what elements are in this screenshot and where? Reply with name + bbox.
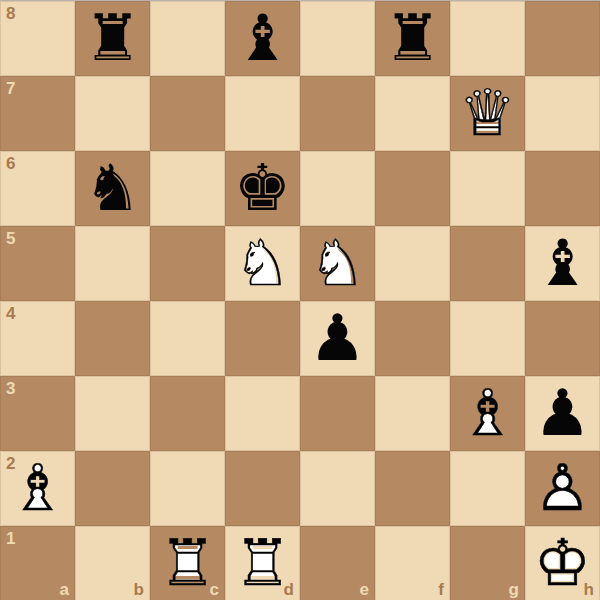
square-g7[interactable]: ♛♕ [450, 76, 525, 151]
file-label-g: g [509, 581, 519, 598]
black-king-icon[interactable]: ♚ [225, 151, 300, 226]
square-a4[interactable]: 4 [0, 301, 75, 376]
white-bishop-icon-outline: ♗ [450, 376, 525, 451]
square-e5[interactable]: ♞♘ [300, 226, 375, 301]
black-rook-icon[interactable]: ♜ [75, 1, 150, 76]
black-rook-icon[interactable]: ♜ [375, 1, 450, 76]
rank-label-4: 4 [6, 305, 15, 322]
white-knight-icon-outline: ♘ [300, 226, 375, 301]
square-c2[interactable] [150, 451, 225, 526]
square-c6[interactable] [150, 151, 225, 226]
rank-label-1: 1 [6, 530, 15, 547]
square-d4[interactable] [225, 301, 300, 376]
white-knight-icon[interactable]: ♞♘ [300, 226, 375, 301]
square-a1[interactable]: 1a [0, 526, 75, 600]
square-c4[interactable] [150, 301, 225, 376]
square-b6[interactable]: ♞ [75, 151, 150, 226]
square-e8[interactable] [300, 1, 375, 76]
rank-label-6: 6 [6, 155, 15, 172]
square-h2[interactable]: ♟♙ [525, 451, 600, 526]
black-knight-icon[interactable]: ♞ [75, 151, 150, 226]
square-f7[interactable] [375, 76, 450, 151]
white-queen-icon[interactable]: ♛♕ [450, 76, 525, 151]
black-pawn-icon[interactable]: ♟ [300, 301, 375, 376]
square-c1[interactable]: c♜♖ [150, 526, 225, 600]
square-d3[interactable] [225, 376, 300, 451]
square-a7[interactable]: 7 [0, 76, 75, 151]
square-d7[interactable] [225, 76, 300, 151]
square-d5[interactable]: ♞♘ [225, 226, 300, 301]
rank-label-8: 8 [6, 5, 15, 22]
black-rook-icon-fill: ♜ [375, 1, 450, 76]
square-c3[interactable] [150, 376, 225, 451]
square-b7[interactable] [75, 76, 150, 151]
square-f4[interactable] [375, 301, 450, 376]
file-label-f: f [438, 581, 444, 598]
square-b8[interactable]: ♜ [75, 1, 150, 76]
square-e1[interactable]: e [300, 526, 375, 600]
square-c8[interactable] [150, 1, 225, 76]
square-h6[interactable] [525, 151, 600, 226]
black-knight-icon-fill: ♞ [75, 151, 150, 226]
white-pawn-icon-outline: ♙ [525, 451, 600, 526]
square-g4[interactable] [450, 301, 525, 376]
square-f2[interactable] [375, 451, 450, 526]
black-pawn-icon-fill: ♟ [300, 301, 375, 376]
square-a8[interactable]: 8 [0, 1, 75, 76]
square-h7[interactable] [525, 76, 600, 151]
square-g1[interactable]: g [450, 526, 525, 600]
rank-label-2: 2 [6, 455, 15, 472]
square-g2[interactable] [450, 451, 525, 526]
square-d6[interactable]: ♚ [225, 151, 300, 226]
black-bishop-icon-fill: ♝ [225, 1, 300, 76]
square-f6[interactable] [375, 151, 450, 226]
square-g5[interactable] [450, 226, 525, 301]
square-e7[interactable] [300, 76, 375, 151]
square-f3[interactable] [375, 376, 450, 451]
square-b2[interactable] [75, 451, 150, 526]
black-king-icon-fill: ♚ [225, 151, 300, 226]
square-b3[interactable] [75, 376, 150, 451]
square-e6[interactable] [300, 151, 375, 226]
square-b5[interactable] [75, 226, 150, 301]
square-e3[interactable] [300, 376, 375, 451]
square-c7[interactable] [150, 76, 225, 151]
chess-board: 8♜♝♜7♛♕6♞♚5♞♘♞♘♝4♟3♝♗♟2♝♗♟♙1abc♜♖d♜♖efgh… [0, 1, 600, 600]
square-f8[interactable]: ♜ [375, 1, 450, 76]
square-h3[interactable]: ♟ [525, 376, 600, 451]
file-label-a: a [60, 581, 69, 598]
square-b1[interactable]: b [75, 526, 150, 600]
white-knight-icon[interactable]: ♞♘ [225, 226, 300, 301]
square-a3[interactable]: 3 [0, 376, 75, 451]
black-pawn-icon-fill: ♟ [525, 376, 600, 451]
square-c5[interactable] [150, 226, 225, 301]
white-queen-icon-outline: ♕ [450, 76, 525, 151]
square-a2[interactable]: 2♝♗ [0, 451, 75, 526]
file-label-e: e [360, 581, 369, 598]
white-bishop-icon[interactable]: ♝♗ [450, 376, 525, 451]
rank-label-5: 5 [6, 230, 15, 247]
square-a5[interactable]: 5 [0, 226, 75, 301]
square-d1[interactable]: d♜♖ [225, 526, 300, 600]
black-bishop-icon-fill: ♝ [525, 226, 600, 301]
square-f5[interactable] [375, 226, 450, 301]
square-g3[interactable]: ♝♗ [450, 376, 525, 451]
square-e2[interactable] [300, 451, 375, 526]
square-f1[interactable]: f [375, 526, 450, 600]
file-label-c: c [210, 581, 219, 598]
black-pawn-icon[interactable]: ♟ [525, 376, 600, 451]
white-knight-icon-outline: ♘ [225, 226, 300, 301]
rank-label-3: 3 [6, 380, 15, 397]
square-d8[interactable]: ♝ [225, 1, 300, 76]
square-e4[interactable]: ♟ [300, 301, 375, 376]
square-h8[interactable] [525, 1, 600, 76]
file-label-d: d [284, 581, 294, 598]
square-g8[interactable] [450, 1, 525, 76]
square-h1[interactable]: h♚♔ [525, 526, 600, 600]
square-h4[interactable] [525, 301, 600, 376]
square-a6[interactable]: 6 [0, 151, 75, 226]
black-rook-icon-fill: ♜ [75, 1, 150, 76]
black-bishop-icon[interactable]: ♝ [525, 226, 600, 301]
square-h5[interactable]: ♝ [525, 226, 600, 301]
square-g6[interactable] [450, 151, 525, 226]
rank-label-7: 7 [6, 80, 15, 97]
chessboard-stage: 8♜♝♜7♛♕6♞♚5♞♘♞♘♝4♟3♝♗♟2♝♗♟♙1abc♜♖d♜♖efgh… [0, 0, 600, 600]
white-pawn-icon[interactable]: ♟♙ [525, 451, 600, 526]
file-label-h: h [584, 581, 594, 598]
black-bishop-icon[interactable]: ♝ [225, 1, 300, 76]
square-d2[interactable] [225, 451, 300, 526]
square-b4[interactable] [75, 301, 150, 376]
file-label-b: b [134, 581, 144, 598]
